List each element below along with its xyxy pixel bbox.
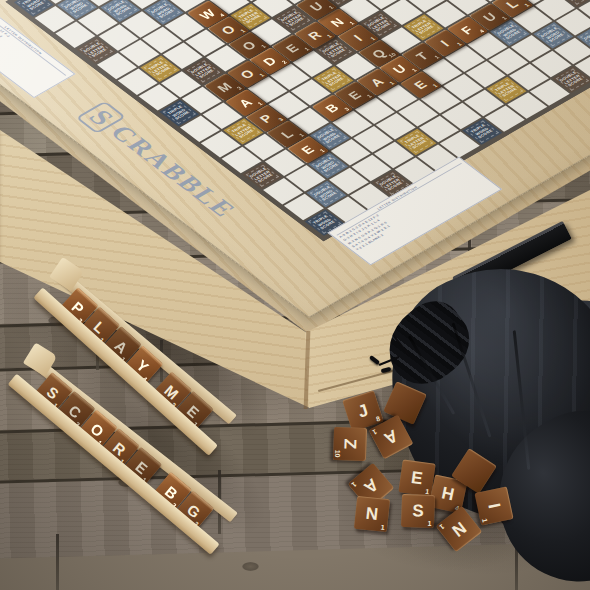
tile-letter: E (410, 467, 424, 488)
tile-points: 1 (428, 519, 432, 526)
tile-points: 10 (335, 450, 342, 458)
tile-points: 1 (372, 428, 379, 436)
tile-letter: N (365, 503, 379, 524)
tile-letter: S (412, 501, 424, 521)
cord-toggle (369, 355, 380, 365)
tile-letter: A (360, 474, 382, 497)
tile-letter: J (355, 400, 370, 422)
cord-toggle (381, 367, 392, 373)
loose-tile-N: N1 (354, 496, 390, 532)
tile-points: 1 (481, 518, 489, 523)
loose-tile-I: I1 (474, 486, 513, 525)
tile-letter: H (440, 483, 456, 505)
tile-letter: I (484, 502, 505, 511)
tile-letter: N (448, 517, 470, 540)
tile-letter: Z (340, 438, 360, 449)
tile-points: 1 (380, 523, 385, 530)
loose-tile-Z: Z10 (333, 427, 367, 461)
loose-tile-S: S1 (401, 494, 435, 528)
tile-points: 1 (439, 523, 446, 531)
tile-points: 1 (425, 487, 430, 494)
scrabble-product-photo: TRIPLEWORDSCOREDOUBLELETTERSCORETRIPLEWO… (0, 0, 590, 590)
tile-points: 1 (351, 481, 358, 489)
tile-points: 8 (375, 414, 381, 422)
tile-letter: A (381, 425, 401, 448)
loose-tile-E: E1 (398, 459, 435, 496)
